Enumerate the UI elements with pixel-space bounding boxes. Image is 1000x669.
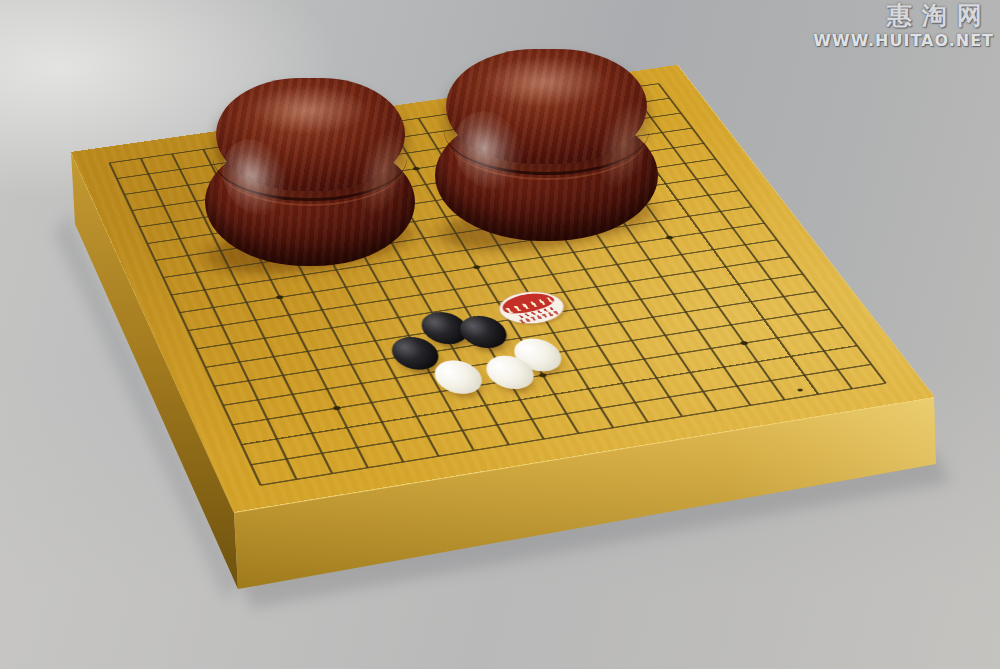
watermark-site-url: WWW.HUITAO.NET (813, 32, 994, 50)
hoshi-point (740, 341, 749, 346)
bowl-gloss-highlight (251, 86, 367, 135)
hoshi-point (538, 373, 547, 378)
right-stone-bowl (435, 49, 658, 241)
hoshi-point (275, 295, 283, 300)
photo-background: 惠淘网 WWW.HUITAO.NET (0, 0, 1000, 669)
hoshi-point (665, 235, 674, 239)
hoshi-point (472, 265, 481, 269)
bowl-gloss-highlight (484, 57, 607, 107)
hoshi-point (332, 406, 341, 411)
watermark-site-name: 惠淘网 (813, 2, 994, 30)
left-stone-bowl (205, 78, 415, 266)
board-speck (797, 388, 804, 392)
watermark: 惠淘网 WWW.HUITAO.NET (813, 2, 994, 49)
